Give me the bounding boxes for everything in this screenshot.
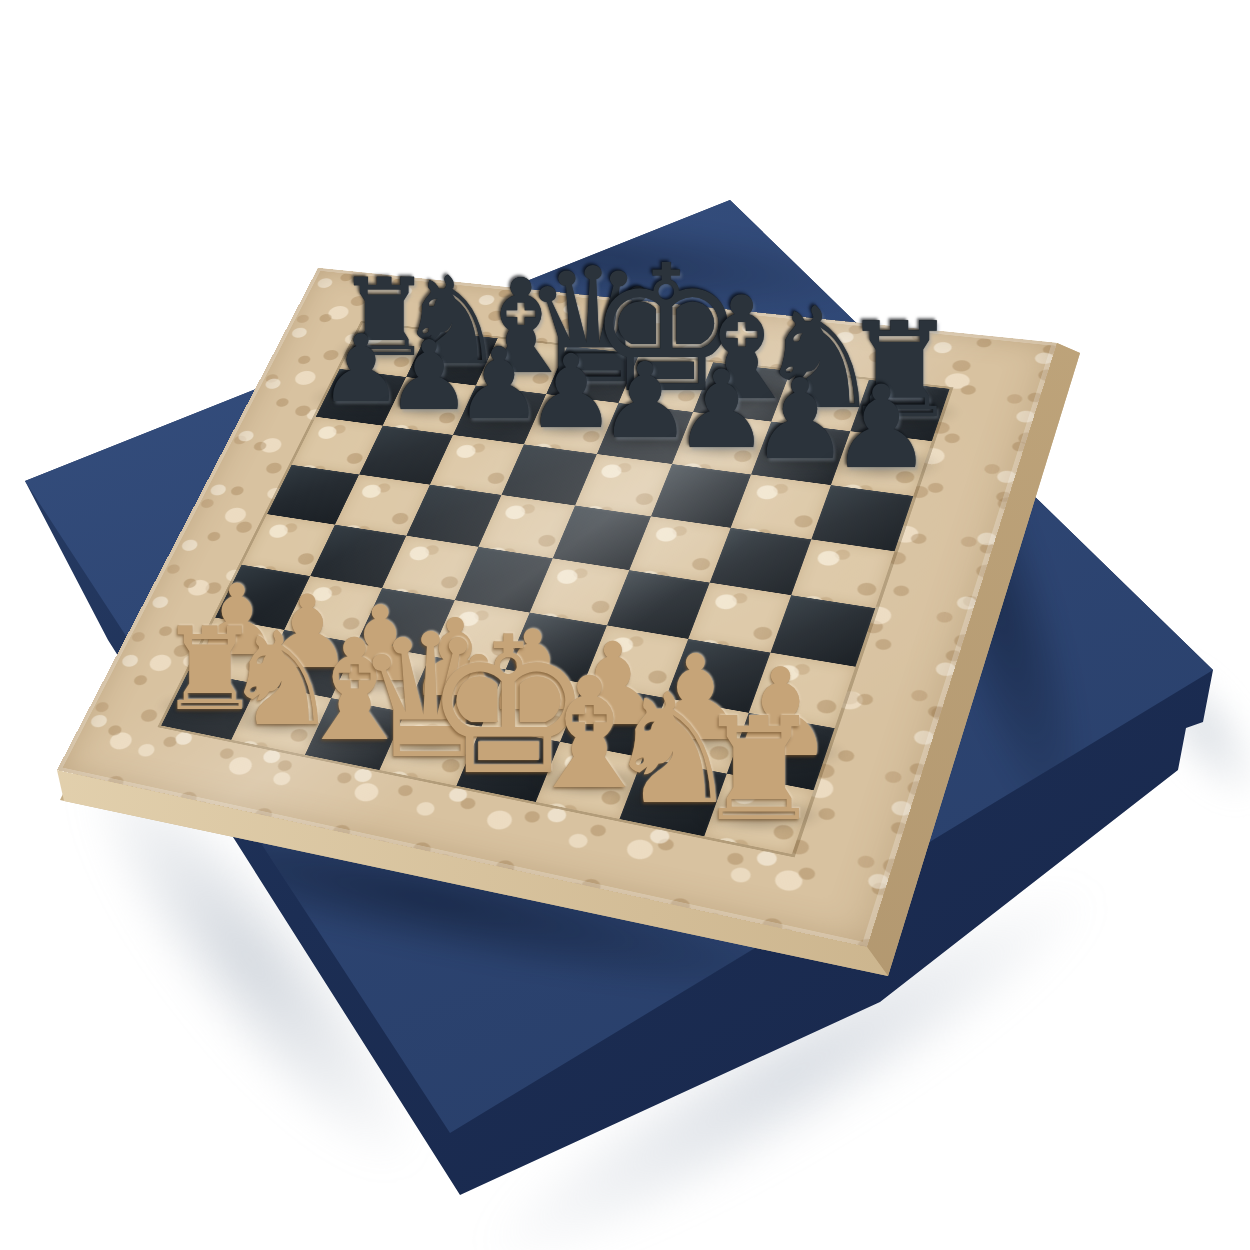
chess-pieces: ♜♞♝♛♚♝♞♜♟♟♟♟♟♟♟♟♟♟♟♟♟♟♟♟♜♞♝♛♚♝♞♜ (0, 0, 1250, 1250)
product-photo-scene: ♜♞♝♛♚♝♞♜♟♟♟♟♟♟♟♟♟♟♟♟♟♟♟♟♜♞♝♛♚♝♞♜ (0, 0, 1250, 1250)
black-pawn-h7[interactable]: ♟ (824, 371, 939, 486)
white-rook-h1[interactable]: ♜ (687, 699, 830, 842)
